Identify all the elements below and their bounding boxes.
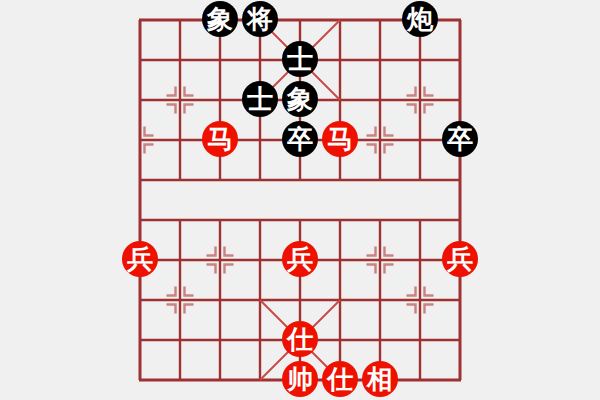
piece-black-elephant[interactable]: 象 (282, 81, 318, 117)
piece-red-advisor[interactable]: 仕 (322, 361, 358, 397)
piece-red-advisor[interactable]: 仕 (282, 321, 318, 357)
piece-black-cannon[interactable]: 炮 (402, 1, 438, 37)
piece-black-advisor[interactable]: 士 (242, 81, 278, 117)
piece-black-pawn[interactable]: 卒 (282, 121, 318, 157)
piece-red-pawn[interactable]: 兵 (442, 241, 478, 277)
piece-red-elephant[interactable]: 相 (362, 361, 398, 397)
piece-red-horse[interactable]: 马 (202, 121, 238, 157)
piece-red-general[interactable]: 帅 (282, 361, 318, 397)
piece-black-general[interactable]: 将 (242, 1, 278, 37)
piece-red-horse[interactable]: 马 (322, 121, 358, 157)
piece-black-pawn[interactable]: 卒 (442, 121, 478, 157)
piece-black-advisor[interactable]: 士 (282, 41, 318, 77)
piece-black-elephant[interactable]: 象 (202, 1, 238, 37)
xiangqi-board[interactable]: 象将炮士士象卒卒马马兵兵兵仕帅仕相 (0, 0, 600, 400)
piece-red-pawn[interactable]: 兵 (122, 241, 158, 277)
piece-red-pawn[interactable]: 兵 (282, 241, 318, 277)
